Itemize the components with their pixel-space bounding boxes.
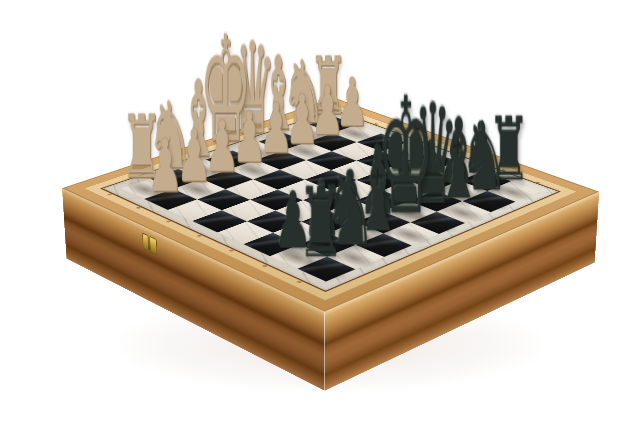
product-photo-scene: Product photo of a marble chess set in i… [0,0,640,426]
square-h2[interactable]: ♟ [144,189,197,210]
brass-latch [142,232,157,255]
square-h3[interactable] [168,199,222,221]
black-rook[interactable]: ♜ [297,175,344,271]
white-pawn[interactable]: ♟ [147,128,183,201]
scene-caption: Product photo of a marble chess set in i… [0,0,1,1]
square-h8[interactable]: ♜ [298,257,356,282]
